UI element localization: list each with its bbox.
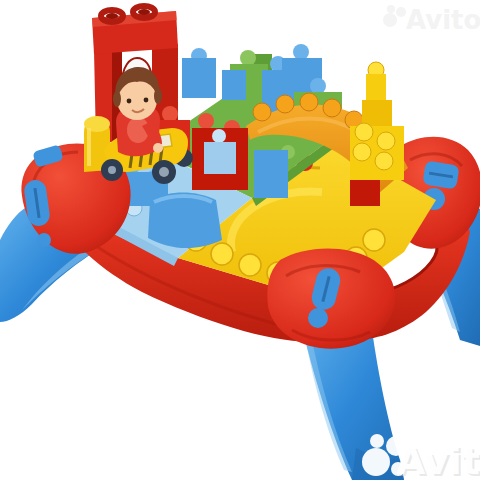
- orange-stud: [300, 93, 318, 111]
- orange-stud: [323, 99, 341, 117]
- pod-latch-button: [308, 308, 328, 328]
- watermark-bottom-right: Avito Avito: [362, 434, 480, 480]
- boy-hand: [153, 143, 163, 153]
- avito-logo-circle: [370, 434, 384, 448]
- avito-logo-circle: [362, 448, 390, 476]
- boy-eye: [127, 99, 132, 104]
- yellow-tower-top: [366, 74, 386, 102]
- orange-stud: [276, 95, 294, 113]
- blue-wall-block: [254, 150, 288, 198]
- pod-latch-button: [37, 233, 51, 247]
- boy-figure: [113, 67, 163, 156]
- play-table-scene: Avito: [0, 0, 480, 480]
- orange-stud: [253, 103, 271, 121]
- product-photo: Avito: [0, 0, 480, 480]
- blue-block: [182, 58, 216, 98]
- watermark-text-bottom: Avito: [396, 439, 480, 480]
- blue-block: [222, 70, 246, 100]
- watermark-text-top: Avito: [406, 5, 480, 35]
- corner-pod-front: [267, 248, 395, 348]
- lightblue-block: [204, 142, 236, 174]
- boy-eye: [144, 98, 149, 103]
